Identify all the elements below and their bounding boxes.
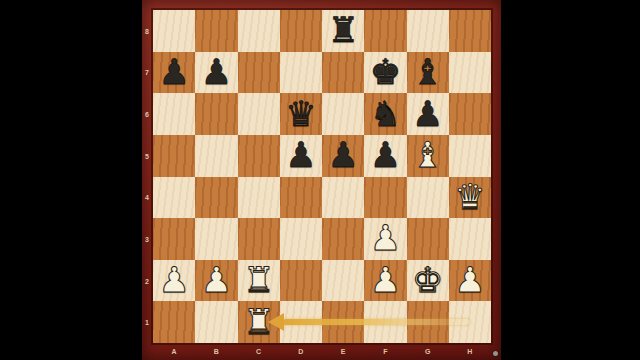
square-e5[interactable]: ♟ [322,135,364,177]
piece-white-queen-h4[interactable]: ♛ [454,180,485,215]
square-g5[interactable]: ♝ [407,135,449,177]
square-g3[interactable] [407,218,449,260]
square-e3[interactable] [322,218,364,260]
file-label-g: G [425,348,430,355]
square-b2[interactable]: ♟ [195,260,237,302]
square-a6[interactable] [153,93,195,135]
square-g8[interactable] [407,10,449,52]
square-g7[interactable]: ♝ [407,52,449,94]
square-a8[interactable] [153,10,195,52]
square-e7[interactable] [322,52,364,94]
piece-white-king-g2[interactable]: ♚ [412,263,443,298]
square-b3[interactable] [195,218,237,260]
square-b4[interactable] [195,177,237,219]
square-d6[interactable]: ♛ [280,93,322,135]
chess-board: ♜♟♟♚♝♛♞♟♟♟♟♝♛♟♟♟♜♟♚♟♜ 87654321ABCDEFGH [142,0,501,360]
square-a1[interactable] [153,301,195,343]
piece-black-pawn-b7[interactable]: ♟ [201,55,232,90]
square-b8[interactable] [195,10,237,52]
square-h8[interactable] [449,10,491,52]
square-f2[interactable]: ♟ [364,260,406,302]
square-c4[interactable] [238,177,280,219]
square-g2[interactable]: ♚ [407,260,449,302]
square-c2[interactable]: ♜ [238,260,280,302]
square-h4[interactable]: ♛ [449,177,491,219]
rank-label-1: 1 [145,319,149,326]
square-c3[interactable] [238,218,280,260]
frame-corner-pin [493,351,498,356]
rank-label-4: 4 [145,194,149,201]
square-c5[interactable] [238,135,280,177]
square-b6[interactable] [195,93,237,135]
square-c8[interactable] [238,10,280,52]
piece-white-bishop-g5[interactable]: ♝ [412,138,443,173]
square-h2[interactable]: ♟ [449,260,491,302]
move-arrow-head [268,313,284,331]
piece-black-pawn-g6[interactable]: ♟ [412,97,443,132]
video-stage: ♜♟♟♚♝♛♞♟♟♟♟♝♛♟♟♟♜♟♚♟♜ 87654321ABCDEFGH [0,0,640,360]
square-d5[interactable]: ♟ [280,135,322,177]
square-d7[interactable] [280,52,322,94]
square-g4[interactable] [407,177,449,219]
piece-white-rook-c2[interactable]: ♜ [243,263,274,298]
file-label-b: B [214,348,219,355]
square-d8[interactable] [280,10,322,52]
square-a3[interactable] [153,218,195,260]
file-label-e: E [341,348,346,355]
rank-label-3: 3 [145,235,149,242]
square-g6[interactable]: ♟ [407,93,449,135]
square-d2[interactable] [280,260,322,302]
piece-white-pawn-b2[interactable]: ♟ [201,263,232,298]
square-b1[interactable] [195,301,237,343]
square-b5[interactable] [195,135,237,177]
piece-white-pawn-f3[interactable]: ♟ [370,221,401,256]
rank-label-8: 8 [145,27,149,34]
file-label-d: D [298,348,303,355]
rank-label-7: 7 [145,69,149,76]
rank-label-6: 6 [145,111,149,118]
square-d4[interactable] [280,177,322,219]
square-a2[interactable]: ♟ [153,260,195,302]
square-f4[interactable] [364,177,406,219]
left-letterbox [0,0,142,360]
square-f5[interactable]: ♟ [364,135,406,177]
square-h7[interactable] [449,52,491,94]
piece-white-pawn-a2[interactable]: ♟ [158,263,189,298]
file-label-c: C [256,348,261,355]
piece-black-pawn-f5[interactable]: ♟ [370,138,401,173]
piece-black-knight-f6[interactable]: ♞ [370,97,401,132]
right-letterbox [501,0,640,360]
square-a7[interactable]: ♟ [153,52,195,94]
square-e8[interactable]: ♜ [322,10,364,52]
square-h3[interactable] [449,218,491,260]
file-label-f: F [383,348,387,355]
piece-black-rook-e8[interactable]: ♜ [327,13,358,48]
square-d3[interactable] [280,218,322,260]
square-a5[interactable] [153,135,195,177]
square-c6[interactable] [238,93,280,135]
move-arrow-shaft [283,319,470,325]
rank-label-2: 2 [145,277,149,284]
square-f6[interactable]: ♞ [364,93,406,135]
square-h5[interactable] [449,135,491,177]
piece-black-pawn-a7[interactable]: ♟ [158,55,189,90]
square-b7[interactable]: ♟ [195,52,237,94]
square-e6[interactable] [322,93,364,135]
piece-white-pawn-f2[interactable]: ♟ [370,263,401,298]
square-c7[interactable] [238,52,280,94]
piece-black-pawn-e5[interactable]: ♟ [327,138,358,173]
piece-black-pawn-d5[interactable]: ♟ [285,138,316,173]
square-a4[interactable] [153,177,195,219]
square-e4[interactable] [322,177,364,219]
piece-black-queen-d6[interactable]: ♛ [285,97,316,132]
square-e2[interactable] [322,260,364,302]
board-grid: ♜♟♟♚♝♛♞♟♟♟♟♝♛♟♟♟♜♟♚♟♜ [153,10,491,343]
square-f3[interactable]: ♟ [364,218,406,260]
square-f7[interactable]: ♚ [364,52,406,94]
piece-white-pawn-h2[interactable]: ♟ [454,263,485,298]
square-h6[interactable] [449,93,491,135]
piece-black-king-f7[interactable]: ♚ [370,55,401,90]
file-label-h: H [467,348,472,355]
rank-label-5: 5 [145,152,149,159]
square-f8[interactable] [364,10,406,52]
file-label-a: A [172,348,177,355]
piece-black-bishop-g7[interactable]: ♝ [412,55,443,90]
